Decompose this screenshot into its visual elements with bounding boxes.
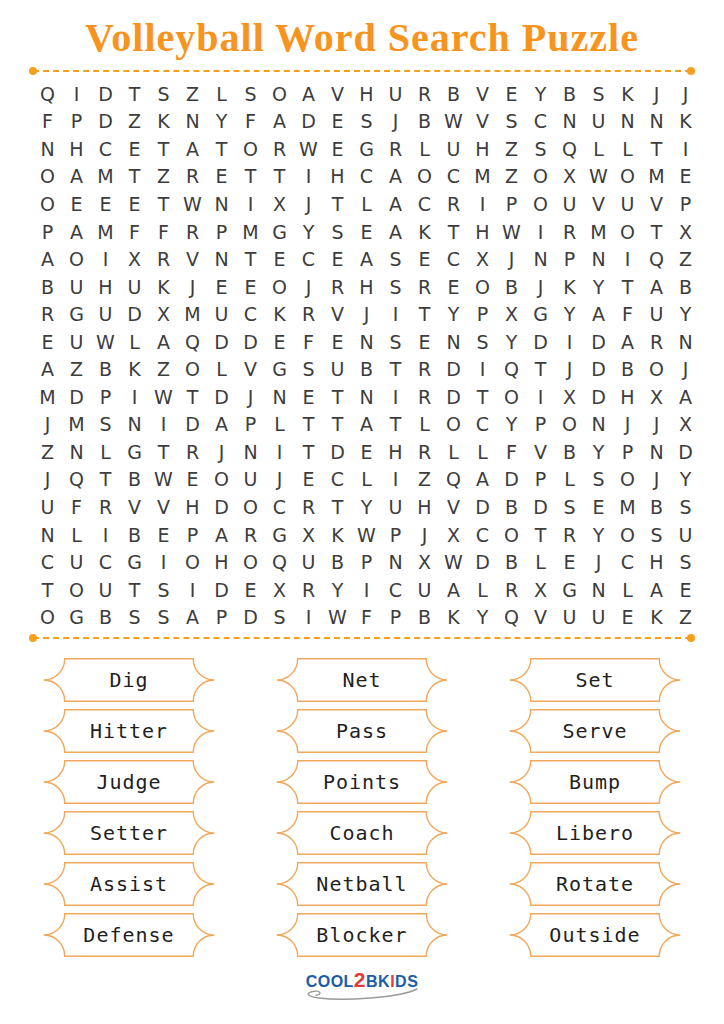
separator-bottom: [33, 637, 691, 639]
grid-cell: E: [294, 383, 323, 411]
grid-cell: A: [352, 411, 381, 439]
grid-cell: C: [91, 548, 120, 576]
grid-cell: Y: [294, 218, 323, 246]
grid-cell: B: [120, 466, 149, 494]
grid-cell: P: [381, 603, 410, 631]
grid-cell: C: [352, 163, 381, 191]
word-label: Defense: [43, 913, 215, 957]
grid-cell: A: [33, 245, 62, 273]
grid-cell: R: [410, 80, 439, 108]
grid-cell: E: [236, 273, 265, 301]
grid-cell: B: [671, 273, 700, 301]
grid-cell: O: [178, 548, 207, 576]
grid-cell: I: [526, 383, 555, 411]
grid-cell: O: [207, 466, 236, 494]
grid-cell: N: [120, 411, 149, 439]
word-label: Coach: [276, 811, 448, 855]
grid-cell: C: [410, 190, 439, 218]
grid-cell: N: [526, 245, 555, 273]
grid-cell: M: [613, 493, 642, 521]
grid-cell: X: [526, 576, 555, 604]
grid-cell: N: [207, 245, 236, 273]
grid-cell: K: [613, 80, 642, 108]
word-box: Libero: [509, 811, 681, 855]
grid-cell: D: [671, 438, 700, 466]
grid-cell: W: [149, 383, 178, 411]
grid-cell: U: [584, 603, 613, 631]
grid-cell: D: [178, 411, 207, 439]
grid-cell: F: [497, 438, 526, 466]
grid-cell: P: [178, 521, 207, 549]
grid-cell: O: [236, 548, 265, 576]
grid-cell: A: [468, 466, 497, 494]
grid-cell: S: [265, 603, 294, 631]
grid-cell: S: [120, 603, 149, 631]
grid-cell: M: [33, 383, 62, 411]
cool2bkids-logo: COOL2BKIDS: [0, 972, 724, 1003]
grid-cell: X: [468, 245, 497, 273]
grid-cell: S: [381, 273, 410, 301]
grid-cell: N: [352, 383, 381, 411]
grid-cell: Y: [497, 411, 526, 439]
grid-cell: O: [497, 383, 526, 411]
grid-cell: R: [294, 576, 323, 604]
grid-cell: E: [207, 273, 236, 301]
grid-cell: T: [120, 163, 149, 191]
grid-cell: C: [265, 493, 294, 521]
grid-cell: X: [265, 190, 294, 218]
word-label: Libero: [509, 811, 681, 855]
grid-cell: V: [468, 108, 497, 136]
grid-cell: Z: [410, 466, 439, 494]
grid-cell: O: [265, 80, 294, 108]
grid-cell: S: [468, 328, 497, 356]
grid-cell: L: [410, 135, 439, 163]
grid-cell: R: [178, 438, 207, 466]
grid-cell: V: [642, 190, 671, 218]
grid-cell: S: [323, 218, 352, 246]
grid-cell: O: [613, 466, 642, 494]
grid-cell: H: [410, 493, 439, 521]
grid-cell: L: [526, 548, 555, 576]
grid-cell: W: [294, 135, 323, 163]
grid-cell: U: [381, 80, 410, 108]
grid-cell: A: [381, 218, 410, 246]
grid-cell: R: [410, 438, 439, 466]
grid-cell: D: [207, 383, 236, 411]
grid-cell: B: [497, 273, 526, 301]
grid-cell: T: [178, 383, 207, 411]
grid-cell: D: [236, 328, 265, 356]
grid-cell: Z: [120, 108, 149, 136]
grid-cell: E: [323, 135, 352, 163]
grid-cell: Q: [497, 603, 526, 631]
grid-cell: S: [149, 603, 178, 631]
grid-cell: U: [207, 300, 236, 328]
grid-cell: H: [468, 218, 497, 246]
grid-cell: I: [149, 411, 178, 439]
word-box: Hitter: [43, 709, 215, 753]
grid-cell: Z: [671, 245, 700, 273]
grid-cell: D: [294, 108, 323, 136]
logo-text: COOL2BKIDS: [306, 972, 419, 991]
logo-segment: COOL: [306, 973, 354, 991]
grid-cell: R: [410, 273, 439, 301]
word-list: DigHitterJudgeSetterAssistDefenseNetPass…: [0, 658, 724, 958]
grid-cell: J: [613, 411, 642, 439]
grid-cell: O: [62, 245, 91, 273]
grid-cell: E: [323, 245, 352, 273]
word-search-grid: QIDTSZLSOAVHURBVEYBSKJJFPDZKNYFADESJBWVS…: [33, 80, 700, 631]
grid-cell: A: [642, 576, 671, 604]
grid-cell: I: [671, 135, 700, 163]
grid-cell: W: [497, 218, 526, 246]
grid-cell: R: [642, 328, 671, 356]
word-label: Blocker: [276, 913, 448, 957]
grid-cell: O: [642, 355, 671, 383]
word-label: Pass: [276, 709, 448, 753]
grid-cell: K: [149, 273, 178, 301]
grid-cell: E: [265, 245, 294, 273]
grid-cell: Y: [584, 438, 613, 466]
grid-cell: Y: [207, 108, 236, 136]
grid-cell: Z: [62, 355, 91, 383]
grid-cell: J: [207, 438, 236, 466]
word-label: Serve: [509, 709, 681, 753]
word-label: Net: [276, 658, 448, 702]
grid-cell: T: [149, 190, 178, 218]
grid-cell: T: [439, 218, 468, 246]
grid-cell: D: [584, 383, 613, 411]
grid-cell: C: [439, 245, 468, 273]
grid-cell: R: [381, 135, 410, 163]
grid-cell: E: [410, 245, 439, 273]
grid-cell: P: [207, 218, 236, 246]
grid-cell: A: [381, 190, 410, 218]
grid-cell: R: [149, 245, 178, 273]
grid-cell: Y: [584, 273, 613, 301]
grid-cell: T: [642, 135, 671, 163]
grid-cell: N: [671, 328, 700, 356]
grid-cell: T: [265, 163, 294, 191]
grid-cell: P: [526, 466, 555, 494]
word-label: Setter: [43, 811, 215, 855]
grid-cell: J: [236, 383, 265, 411]
grid-cell: T: [294, 411, 323, 439]
grid-cell: N: [642, 438, 671, 466]
grid-cell: K: [642, 603, 671, 631]
grid-cell: U: [555, 190, 584, 218]
grid-cell: Y: [497, 328, 526, 356]
grid-cell: X: [439, 521, 468, 549]
word-box: Judge: [43, 760, 215, 804]
grid-cell: I: [468, 190, 497, 218]
grid-cell: N: [33, 135, 62, 163]
grid-cell: F: [294, 328, 323, 356]
grid-cell: P: [62, 108, 91, 136]
grid-cell: Q: [642, 245, 671, 273]
grid-cell: U: [62, 548, 91, 576]
grid-cell: S: [381, 328, 410, 356]
grid-cell: B: [91, 603, 120, 631]
grid-cell: X: [555, 163, 584, 191]
grid-cell: Z: [178, 80, 207, 108]
grid-cell: L: [120, 328, 149, 356]
grid-cell: T: [642, 218, 671, 246]
grid-cell: O: [410, 163, 439, 191]
grid-cell: T: [323, 383, 352, 411]
grid-cell: L: [265, 411, 294, 439]
grid-cell: D: [91, 108, 120, 136]
grid-cell: W: [584, 163, 613, 191]
grid-cell: E: [91, 190, 120, 218]
grid-cell: W: [149, 466, 178, 494]
grid-cell: A: [265, 108, 294, 136]
grid-cell: P: [671, 190, 700, 218]
grid-cell: K: [265, 300, 294, 328]
grid-cell: G: [526, 300, 555, 328]
grid-cell: E: [120, 135, 149, 163]
grid-cell: O: [613, 163, 642, 191]
grid-cell: J: [584, 548, 613, 576]
grid-cell: A: [62, 163, 91, 191]
grid-cell: D: [468, 548, 497, 576]
grid-cell: H: [91, 273, 120, 301]
grid-cell: T: [468, 383, 497, 411]
grid-cell: V: [323, 300, 352, 328]
grid-cell: S: [149, 576, 178, 604]
grid-cell: C: [526, 108, 555, 136]
word-box: Set: [509, 658, 681, 702]
grid-cell: X: [671, 411, 700, 439]
grid-cell: K: [149, 108, 178, 136]
grid-cell: J: [671, 355, 700, 383]
grid-cell: J: [352, 300, 381, 328]
grid-cell: T: [410, 300, 439, 328]
grid-cell: E: [671, 163, 700, 191]
grid-cell: E: [62, 190, 91, 218]
grid-cell: Z: [33, 438, 62, 466]
grid-cell: N: [439, 328, 468, 356]
grid-cell: O: [62, 576, 91, 604]
grid-cell: R: [410, 355, 439, 383]
grid-cell: I: [265, 438, 294, 466]
grid-cell: E: [352, 218, 381, 246]
grid-cell: W: [439, 548, 468, 576]
grid-cell: V: [526, 438, 555, 466]
grid-cell: N: [207, 190, 236, 218]
grid-cell: N: [613, 108, 642, 136]
grid-cell: H: [323, 163, 352, 191]
grid-cell: H: [613, 383, 642, 411]
grid-cell: J: [642, 411, 671, 439]
grid-cell: T: [526, 521, 555, 549]
grid-cell: E: [33, 328, 62, 356]
grid-cell: N: [178, 108, 207, 136]
grid-cell: I: [294, 163, 323, 191]
grid-cell: R: [178, 163, 207, 191]
page-title: Volleyball Word Search Puzzle: [0, 14, 724, 61]
grid-cell: A: [642, 273, 671, 301]
grid-cell: B: [323, 548, 352, 576]
grid-cell: P: [555, 245, 584, 273]
grid-cell: Y: [584, 521, 613, 549]
word-box: Defense: [43, 913, 215, 957]
grid-cell: P: [526, 411, 555, 439]
dash-dot-left: [29, 67, 37, 75]
grid-cell: M: [62, 411, 91, 439]
dash-dot-left: [29, 634, 37, 642]
grid-cell: N: [265, 383, 294, 411]
word-box: Pass: [276, 709, 448, 753]
grid-cell: N: [62, 438, 91, 466]
grid-cell: R: [178, 218, 207, 246]
grid-cell: P: [207, 603, 236, 631]
logo-segment: DS: [395, 973, 418, 991]
grid-cell: D: [497, 466, 526, 494]
grid-cell: N: [584, 411, 613, 439]
grid-cell: E: [352, 438, 381, 466]
grid-cell: J: [294, 273, 323, 301]
grid-cell: M: [236, 218, 265, 246]
grid-cell: B: [120, 521, 149, 549]
page: Volleyball Word Search Puzzle QIDTSZLSOA…: [0, 0, 724, 1024]
grid-cell: M: [91, 218, 120, 246]
grid-cell: D: [439, 355, 468, 383]
grid-cell: E: [613, 603, 642, 631]
grid-cell: K: [410, 218, 439, 246]
grid-cell: X: [149, 300, 178, 328]
grid-cell: G: [555, 576, 584, 604]
grid-cell: K: [439, 603, 468, 631]
grid-cell: H: [468, 135, 497, 163]
grid-cell: I: [381, 383, 410, 411]
grid-cell: T: [149, 438, 178, 466]
grid-cell: U: [642, 300, 671, 328]
grid-cell: P: [468, 300, 497, 328]
grid-cell: J: [555, 355, 584, 383]
grid-cell: M: [91, 163, 120, 191]
grid-cell: T: [149, 135, 178, 163]
grid-cell: J: [410, 521, 439, 549]
grid-cell: W: [439, 108, 468, 136]
grid-cell: O: [33, 163, 62, 191]
grid-cell: P: [91, 383, 120, 411]
grid-cell: O: [613, 521, 642, 549]
grid-cell: Z: [497, 135, 526, 163]
grid-cell: E: [265, 328, 294, 356]
grid-cell: Y: [323, 576, 352, 604]
grid-cell: Y: [468, 603, 497, 631]
grid-cell: S: [555, 493, 584, 521]
grid-cell: N: [584, 576, 613, 604]
grid-cell: I: [91, 521, 120, 549]
grid-cell: D: [526, 328, 555, 356]
grid-cell: L: [207, 80, 236, 108]
grid-cell: S: [526, 135, 555, 163]
grid-cell: S: [294, 355, 323, 383]
grid-cell: E: [178, 466, 207, 494]
grid-cell: I: [294, 603, 323, 631]
grid-cell: O: [265, 273, 294, 301]
grid-cell: R: [33, 300, 62, 328]
word-box: Dig: [43, 658, 215, 702]
word-box: Outside: [509, 913, 681, 957]
grid-cell: C: [323, 466, 352, 494]
grid-cell: A: [178, 135, 207, 163]
grid-cell: N: [381, 548, 410, 576]
grid-cell: T: [323, 190, 352, 218]
grid-cell: B: [352, 355, 381, 383]
grid-cell: L: [91, 438, 120, 466]
grid-cell: I: [91, 245, 120, 273]
grid-cell: O: [178, 355, 207, 383]
word-box: Netball: [276, 862, 448, 906]
grid-cell: B: [410, 108, 439, 136]
logo-segment: 2: [354, 972, 366, 988]
grid-cell: N: [236, 438, 265, 466]
grid-cell: T: [381, 411, 410, 439]
grid-cell: X: [265, 576, 294, 604]
grid-cell: S: [91, 411, 120, 439]
grid-cell: O: [33, 603, 62, 631]
grid-cell: G: [352, 135, 381, 163]
grid-cell: O: [236, 493, 265, 521]
grid-cell: K: [671, 108, 700, 136]
grid-cell: J: [33, 411, 62, 439]
grid-cell: X: [642, 383, 671, 411]
grid-cell: A: [207, 411, 236, 439]
grid-cell: O: [526, 163, 555, 191]
word-box: Coach: [276, 811, 448, 855]
grid-cell: X: [671, 218, 700, 246]
grid-cell: X: [120, 245, 149, 273]
grid-cell: Y: [555, 300, 584, 328]
grid-cell: N: [642, 108, 671, 136]
grid-cell: H: [62, 135, 91, 163]
grid-cell: V: [236, 355, 265, 383]
grid-cell: C: [613, 548, 642, 576]
grid-cell: R: [439, 190, 468, 218]
grid-cell: L: [352, 466, 381, 494]
grid-cell: T: [120, 80, 149, 108]
grid-cell: O: [236, 135, 265, 163]
grid-cell: R: [555, 521, 584, 549]
grid-cell: M: [178, 300, 207, 328]
grid-cell: B: [410, 603, 439, 631]
grid-cell: D: [207, 576, 236, 604]
grid-cell: R: [294, 300, 323, 328]
grid-cell: K: [323, 521, 352, 549]
grid-cell: U: [323, 355, 352, 383]
grid-cell: I: [120, 383, 149, 411]
grid-cell: I: [352, 576, 381, 604]
grid-cell: L: [613, 135, 642, 163]
grid-cell: A: [613, 328, 642, 356]
word-label: Outside: [509, 913, 681, 957]
grid-cell: P: [236, 411, 265, 439]
grid-cell: J: [294, 190, 323, 218]
grid-cell: W: [91, 328, 120, 356]
grid-cell: O: [526, 190, 555, 218]
grid-cell: R: [236, 521, 265, 549]
grid-cell: D: [468, 493, 497, 521]
logo-segment: BK: [366, 973, 390, 991]
grid-cell: D: [207, 493, 236, 521]
grid-cell: N: [33, 521, 62, 549]
grid-cell: J: [526, 273, 555, 301]
grid-cell: V: [120, 493, 149, 521]
